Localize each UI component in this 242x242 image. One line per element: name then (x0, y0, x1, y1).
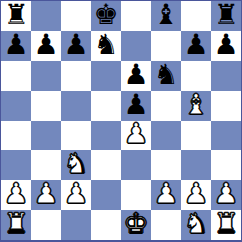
piece-black-pawn-c7[interactable]: ♟ (63, 31, 88, 59)
square-b3[interactable] (31, 150, 61, 180)
square-b7[interactable]: ♟ (31, 31, 61, 61)
square-f7[interactable] (151, 31, 181, 61)
square-e8[interactable] (121, 1, 151, 31)
piece-black-pawn-e6[interactable]: ♟ (123, 61, 148, 89)
square-e4[interactable]: ♟ (121, 121, 151, 151)
piece-white-pawn-g2[interactable]: ♟ (183, 180, 208, 208)
square-f2[interactable]: ♟ (151, 180, 181, 210)
square-d2[interactable] (91, 180, 121, 210)
square-g2[interactable]: ♟ (181, 180, 211, 210)
square-b8[interactable] (31, 1, 61, 31)
square-h2[interactable]: ♟ (211, 180, 241, 210)
piece-white-rook-a1[interactable]: ♜ (3, 210, 28, 238)
square-g6[interactable] (181, 61, 211, 91)
square-b6[interactable] (31, 61, 61, 91)
piece-white-bishop-g5[interactable]: ♝ (183, 91, 208, 119)
square-c2[interactable]: ♟ (61, 180, 91, 210)
square-b2[interactable]: ♟ (31, 180, 61, 210)
square-c6[interactable] (61, 61, 91, 91)
square-a5[interactable] (1, 91, 31, 121)
piece-white-pawn-a2[interactable]: ♟ (3, 180, 28, 208)
square-h1[interactable]: ♜ (211, 210, 241, 240)
square-h4[interactable] (211, 121, 241, 151)
piece-black-pawn-b7[interactable]: ♟ (33, 31, 58, 59)
piece-black-rook-h8[interactable]: ♜ (213, 1, 238, 29)
square-f6[interactable]: ♞ (151, 61, 181, 91)
square-d6[interactable] (91, 61, 121, 91)
square-d4[interactable] (91, 121, 121, 151)
piece-black-knight-f6[interactable]: ♞ (153, 61, 178, 89)
square-d5[interactable] (91, 91, 121, 121)
piece-black-king-d8[interactable]: ♚ (93, 1, 118, 29)
square-c4[interactable] (61, 121, 91, 151)
piece-white-pawn-c2[interactable]: ♟ (63, 180, 88, 208)
square-b5[interactable] (31, 91, 61, 121)
square-a6[interactable] (1, 61, 31, 91)
piece-black-pawn-a7[interactable]: ♟ (3, 31, 28, 59)
square-g4[interactable] (181, 121, 211, 151)
square-g7[interactable]: ♟ (181, 31, 211, 61)
square-f5[interactable] (151, 91, 181, 121)
piece-white-knight-c3[interactable]: ♞ (63, 150, 88, 178)
piece-black-pawn-g7[interactable]: ♟ (183, 31, 208, 59)
piece-white-pawn-b2[interactable]: ♟ (33, 180, 58, 208)
square-d3[interactable] (91, 150, 121, 180)
piece-white-pawn-f2[interactable]: ♟ (153, 180, 178, 208)
square-h5[interactable] (211, 91, 241, 121)
square-c5[interactable] (61, 91, 91, 121)
square-f3[interactable] (151, 150, 181, 180)
square-c3[interactable]: ♞ (61, 150, 91, 180)
square-a3[interactable] (1, 150, 31, 180)
piece-white-knight-g1[interactable]: ♞ (183, 210, 208, 238)
chess-board: ♜♚♝♜♟♟♟♞♟♟♟♞♟♝♟♞♟♟♟♟♟♟♜♚♞♜ (0, 0, 242, 242)
square-h7[interactable]: ♟ (211, 31, 241, 61)
square-g8[interactable] (181, 1, 211, 31)
square-a2[interactable]: ♟ (1, 180, 31, 210)
square-d7[interactable]: ♞ (91, 31, 121, 61)
square-h3[interactable] (211, 150, 241, 180)
piece-white-pawn-e4[interactable]: ♟ (123, 121, 148, 149)
square-b1[interactable] (31, 210, 61, 240)
piece-white-king-e1[interactable]: ♚ (123, 210, 148, 238)
square-h6[interactable] (211, 61, 241, 91)
square-b4[interactable] (31, 121, 61, 151)
square-g3[interactable] (181, 150, 211, 180)
square-d1[interactable] (91, 210, 121, 240)
square-e5[interactable]: ♟ (121, 91, 151, 121)
square-e6[interactable]: ♟ (121, 61, 151, 91)
piece-white-rook-h1[interactable]: ♜ (213, 210, 238, 238)
square-e3[interactable] (121, 150, 151, 180)
square-a8[interactable]: ♜ (1, 1, 31, 31)
piece-black-knight-d7[interactable]: ♞ (93, 31, 118, 59)
piece-white-pawn-h2[interactable]: ♟ (213, 180, 238, 208)
square-d8[interactable]: ♚ (91, 1, 121, 31)
square-f1[interactable] (151, 210, 181, 240)
chess-board-container: ♜♚♝♜♟♟♟♞♟♟♟♞♟♝♟♞♟♟♟♟♟♟♜♚♞♜ (0, 0, 242, 242)
square-e1[interactable]: ♚ (121, 210, 151, 240)
square-f4[interactable] (151, 121, 181, 151)
square-g5[interactable]: ♝ (181, 91, 211, 121)
piece-black-bishop-f8[interactable]: ♝ (153, 1, 178, 29)
piece-black-rook-a8[interactable]: ♜ (3, 1, 28, 29)
piece-black-pawn-e5[interactable]: ♟ (123, 91, 148, 119)
square-c1[interactable] (61, 210, 91, 240)
square-g1[interactable]: ♞ (181, 210, 211, 240)
square-c7[interactable]: ♟ (61, 31, 91, 61)
square-c8[interactable] (61, 1, 91, 31)
square-e2[interactable] (121, 180, 151, 210)
square-a7[interactable]: ♟ (1, 31, 31, 61)
square-f8[interactable]: ♝ (151, 1, 181, 31)
square-a4[interactable] (1, 121, 31, 151)
piece-black-pawn-h7[interactable]: ♟ (213, 31, 238, 59)
square-h8[interactable]: ♜ (211, 1, 241, 31)
square-e7[interactable] (121, 31, 151, 61)
square-a1[interactable]: ♜ (1, 210, 31, 240)
